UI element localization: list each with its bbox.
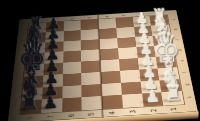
file-label-left-h: h <box>12 107 19 110</box>
rank-label-far-5: 5 <box>87 16 93 18</box>
rank-label-2: 2 <box>149 108 158 112</box>
square-f3[interactable] <box>120 69 141 82</box>
file-label-f: f <box>180 72 186 73</box>
square-e4[interactable] <box>100 59 120 72</box>
rank-label-far-3: 3 <box>121 14 127 16</box>
rank-label-1: 1 <box>170 107 179 111</box>
white-pawn[interactable]: ♟ <box>145 89 161 106</box>
rank-label-6: 6 <box>67 113 76 117</box>
file-label-g: g <box>183 83 190 85</box>
square-h7[interactable]: ♟ <box>41 99 62 113</box>
square-f4[interactable] <box>101 71 121 84</box>
black-rook[interactable]: ♜ <box>20 92 40 114</box>
rank-label-far-6: 6 <box>69 18 74 20</box>
file-label-h: h <box>185 96 192 99</box>
square-h8[interactable]: ♜ <box>21 100 42 114</box>
square-d4[interactable] <box>99 48 118 60</box>
rank-label-5: 5 <box>88 112 97 116</box>
black-pawn[interactable]: ♟ <box>43 95 59 112</box>
perspective-wrapper: ♜♟♟♜♞♟♟♞♝♟♟♝♛♟♟♛♚♟♟♚♝♟♟♝♞♟♟♞♜♟♟♜ 8765432… <box>0 0 200 121</box>
chess-board: ♜♟♟♜♞♟♟♞♝♟♟♝♛♟♟♛♚♟♟♚♝♟♟♝♞♟♟♞♜♟♟♜ 8765432… <box>8 10 198 121</box>
rank-label-3: 3 <box>129 110 138 114</box>
square-h5[interactable] <box>82 96 103 110</box>
square-b4[interactable] <box>98 28 116 39</box>
file-label-left-g: g <box>13 94 20 97</box>
square-h6[interactable] <box>61 97 81 111</box>
rank-label-far-4: 4 <box>104 15 110 17</box>
white-rook[interactable]: ♜ <box>163 83 183 105</box>
square-h1[interactable]: ♜ <box>162 91 184 105</box>
square-h4[interactable] <box>102 95 123 109</box>
rank-label-8: 8 <box>26 116 35 120</box>
rank-label-4: 4 <box>108 111 117 115</box>
square-h2[interactable]: ♟ <box>142 92 164 106</box>
rank-label-7: 7 <box>47 115 56 119</box>
chess-set-photo: ♜♟♟♜♞♟♟♞♝♟♟♝♛♟♟♛♚♟♟♚♝♟♟♝♞♟♟♞♜♟♟♜ 8765432… <box>0 0 200 121</box>
